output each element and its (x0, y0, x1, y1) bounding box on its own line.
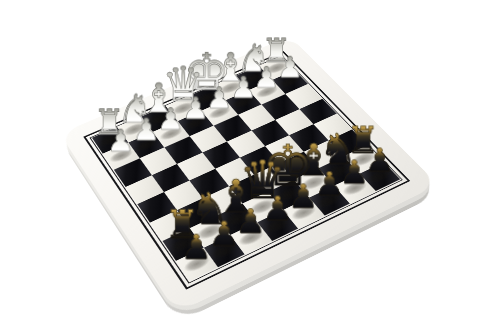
product-photo: ♜♞♝♛♚♝♞♜♟♟♟♟♟♟♟♟♜♞♝♛♚♝♞♜♟♟♟♟♟♟♟♟ (0, 0, 480, 320)
black-pawn: ♟ (162, 230, 232, 264)
white-pawn: ♟ (89, 125, 152, 155)
chess-board: ♜♞♝♛♚♝♞♜♟♟♟♟♟♟♟♟♜♞♝♛♚♝♞♜♟♟♟♟♟♟♟♟ (60, 36, 439, 313)
